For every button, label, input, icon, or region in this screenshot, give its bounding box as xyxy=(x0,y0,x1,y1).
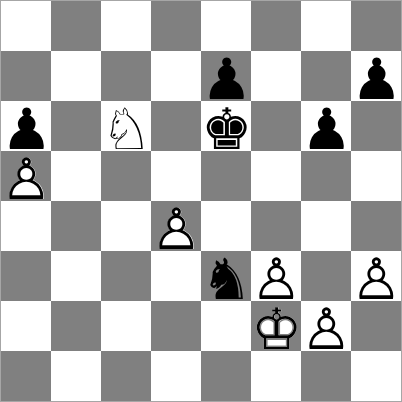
white-pawn[interactable]: ♟♙ xyxy=(301,301,351,351)
square-f2[interactable]: ♚♔ xyxy=(251,301,301,351)
square-f3[interactable]: ♟♙ xyxy=(251,251,301,301)
white-king[interactable]: ♚♔ xyxy=(251,301,301,351)
square-e2[interactable] xyxy=(201,301,251,351)
square-d5[interactable] xyxy=(151,151,201,201)
square-a5[interactable]: ♟♙ xyxy=(1,151,51,201)
square-h6[interactable] xyxy=(351,101,401,151)
square-b2[interactable] xyxy=(51,301,101,351)
square-b4[interactable] xyxy=(51,201,101,251)
square-e8[interactable] xyxy=(201,1,251,51)
square-a6[interactable]: ♟ xyxy=(1,101,51,151)
square-g4[interactable] xyxy=(301,201,351,251)
white-knight-outline: ♘ xyxy=(101,101,152,158)
square-h7[interactable]: ♟ xyxy=(351,51,401,101)
square-a1[interactable] xyxy=(1,351,51,401)
square-h5[interactable] xyxy=(351,151,401,201)
black-king-glyph: ♚ xyxy=(201,101,252,158)
square-b3[interactable] xyxy=(51,251,101,301)
square-g6[interactable]: ♟ xyxy=(301,101,351,151)
square-d4[interactable]: ♟♙ xyxy=(151,201,201,251)
black-pawn[interactable]: ♟ xyxy=(301,101,351,151)
white-pawn[interactable]: ♟♙ xyxy=(151,201,201,251)
square-f7[interactable] xyxy=(251,51,301,101)
square-d8[interactable] xyxy=(151,1,201,51)
black-pawn-glyph: ♟ xyxy=(301,101,352,158)
square-g3[interactable] xyxy=(301,251,351,301)
white-pawn-outline: ♙ xyxy=(301,301,352,358)
black-pawn[interactable]: ♟ xyxy=(1,101,51,151)
black-king[interactable]: ♚ xyxy=(201,101,251,151)
black-knight-glyph: ♞ xyxy=(201,251,252,308)
square-g1[interactable] xyxy=(301,351,351,401)
square-e5[interactable] xyxy=(201,151,251,201)
square-a4[interactable] xyxy=(1,201,51,251)
square-d2[interactable] xyxy=(151,301,201,351)
square-f4[interactable] xyxy=(251,201,301,251)
square-c4[interactable] xyxy=(101,201,151,251)
square-f1[interactable] xyxy=(251,351,301,401)
white-pawn-outline: ♙ xyxy=(1,151,52,208)
black-knight[interactable]: ♞ xyxy=(201,251,251,301)
square-c5[interactable] xyxy=(101,151,151,201)
black-pawn-glyph: ♟ xyxy=(351,51,402,108)
black-pawn[interactable]: ♟ xyxy=(201,51,251,101)
square-h2[interactable] xyxy=(351,301,401,351)
white-pawn[interactable]: ♟♙ xyxy=(251,251,301,301)
square-e3[interactable]: ♞ xyxy=(201,251,251,301)
square-g8[interactable] xyxy=(301,1,351,51)
white-pawn[interactable]: ♟♙ xyxy=(351,251,401,301)
white-pawn-outline: ♙ xyxy=(151,201,202,258)
square-f5[interactable] xyxy=(251,151,301,201)
square-a3[interactable] xyxy=(1,251,51,301)
square-g5[interactable] xyxy=(301,151,351,201)
square-c7[interactable] xyxy=(101,51,151,101)
square-b1[interactable] xyxy=(51,351,101,401)
square-h8[interactable] xyxy=(351,1,401,51)
square-f6[interactable] xyxy=(251,101,301,151)
white-knight[interactable]: ♞♘ xyxy=(101,101,151,151)
square-b7[interactable] xyxy=(51,51,101,101)
square-c8[interactable] xyxy=(101,1,151,51)
square-c2[interactable] xyxy=(101,301,151,351)
square-b6[interactable] xyxy=(51,101,101,151)
square-e7[interactable]: ♟ xyxy=(201,51,251,101)
square-f8[interactable] xyxy=(251,1,301,51)
square-c1[interactable] xyxy=(101,351,151,401)
chess-board: ♟♟♟♞♘♚♟♟♙♟♙♞♟♙♟♙♚♔♟♙ xyxy=(0,0,402,402)
square-c6[interactable]: ♞♘ xyxy=(101,101,151,151)
square-a7[interactable] xyxy=(1,51,51,101)
white-pawn-outline: ♙ xyxy=(351,251,402,308)
square-a8[interactable] xyxy=(1,1,51,51)
square-a2[interactable] xyxy=(1,301,51,351)
white-pawn[interactable]: ♟♙ xyxy=(1,151,51,201)
square-h1[interactable] xyxy=(351,351,401,401)
square-e6[interactable]: ♚ xyxy=(201,101,251,151)
black-pawn[interactable]: ♟ xyxy=(351,51,401,101)
square-d1[interactable] xyxy=(151,351,201,401)
square-d7[interactable] xyxy=(151,51,201,101)
square-h4[interactable] xyxy=(351,201,401,251)
square-h3[interactable]: ♟♙ xyxy=(351,251,401,301)
square-d6[interactable] xyxy=(151,101,201,151)
square-e4[interactable] xyxy=(201,201,251,251)
square-c3[interactable] xyxy=(101,251,151,301)
square-e1[interactable] xyxy=(201,351,251,401)
square-g7[interactable] xyxy=(301,51,351,101)
square-d3[interactable] xyxy=(151,251,201,301)
square-g2[interactable]: ♟♙ xyxy=(301,301,351,351)
white-king-outline: ♔ xyxy=(251,301,302,358)
square-b8[interactable] xyxy=(51,1,101,51)
square-b5[interactable] xyxy=(51,151,101,201)
